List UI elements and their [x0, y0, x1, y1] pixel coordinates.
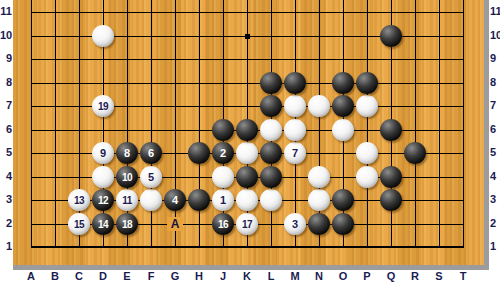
col-label-G: G — [167, 270, 183, 284]
move-number: 6 — [148, 147, 154, 159]
stone-O8 — [332, 72, 354, 94]
row-label-right-9: 9 — [490, 52, 500, 66]
stone-Q6 — [380, 119, 402, 141]
stone-G3: 4 — [164, 189, 186, 211]
stone-H5 — [188, 142, 210, 164]
stone-L3 — [260, 189, 282, 211]
move-number: 13 — [74, 195, 84, 206]
row-label-left-10: 10 — [0, 29, 12, 43]
grid-line-vertical — [31, 0, 32, 248]
col-label-R: R — [407, 270, 423, 284]
stone-F4: 5 — [140, 166, 162, 188]
row-label-right-4: 4 — [490, 170, 500, 184]
grid-line-vertical — [367, 0, 368, 248]
stone-O2 — [332, 213, 354, 235]
row-label-left-4: 4 — [0, 170, 12, 184]
stone-K3 — [236, 189, 258, 211]
stone-K5 — [236, 142, 258, 164]
move-number: 3 — [292, 218, 298, 230]
grid-line-vertical — [415, 0, 416, 248]
move-number: 7 — [292, 147, 298, 159]
col-label-O: O — [335, 270, 351, 284]
stone-J3: 1 — [212, 189, 234, 211]
col-label-D: D — [95, 270, 111, 284]
stone-E2: 18 — [116, 213, 138, 235]
move-number: 1 — [220, 194, 226, 206]
row-label-left-2: 2 — [0, 217, 12, 231]
stone-E5: 8 — [116, 142, 138, 164]
move-number: 4 — [172, 194, 178, 206]
col-label-K: K — [239, 270, 255, 284]
move-number: 2 — [220, 147, 226, 159]
stone-D5: 9 — [92, 142, 114, 164]
stone-P4 — [356, 166, 378, 188]
stone-L6 — [260, 119, 282, 141]
col-label-C: C — [71, 270, 87, 284]
grid-line-vertical — [439, 0, 440, 248]
row-label-right-2: 2 — [490, 217, 500, 231]
move-number: 15 — [74, 219, 84, 230]
stone-N2 — [308, 213, 330, 235]
stone-M5: 7 — [284, 142, 306, 164]
stone-H3 — [188, 189, 210, 211]
row-label-left-1: 1 — [0, 240, 12, 254]
row-label-left-5: 5 — [0, 146, 12, 160]
row-label-right-1: 1 — [490, 240, 500, 254]
stone-Q10 — [380, 25, 402, 47]
stone-M2: 3 — [284, 213, 306, 235]
stone-O7 — [332, 95, 354, 117]
col-label-N: N — [311, 270, 327, 284]
stone-N3 — [308, 189, 330, 211]
stone-C2: 15 — [68, 213, 90, 235]
grid-line-vertical — [55, 0, 56, 248]
stone-Q4 — [380, 166, 402, 188]
row-label-right-10: 10 — [490, 29, 500, 43]
stone-R5 — [404, 142, 426, 164]
row-label-left-9: 9 — [0, 52, 12, 66]
grid-line-horizontal — [31, 83, 464, 84]
col-label-H: H — [191, 270, 207, 284]
col-label-A: A — [23, 270, 39, 284]
stone-O3 — [332, 189, 354, 211]
star-point-K10 — [245, 34, 250, 39]
stone-D3: 12 — [92, 189, 114, 211]
stone-J6 — [212, 119, 234, 141]
grid-line-vertical — [463, 0, 464, 248]
row-label-left-6: 6 — [0, 123, 12, 137]
stone-P5 — [356, 142, 378, 164]
row-label-left-11: 11 — [0, 5, 12, 19]
stone-C3: 13 — [68, 189, 90, 211]
move-number: 17 — [242, 219, 252, 230]
stone-J4 — [212, 166, 234, 188]
row-label-right-7: 7 — [490, 99, 500, 113]
row-label-right-3: 3 — [490, 193, 500, 207]
row-label-left-7: 7 — [0, 99, 12, 113]
stone-O6 — [332, 119, 354, 141]
row-label-right-11: 11 — [490, 5, 500, 19]
col-label-B: B — [47, 270, 63, 284]
stone-D2: 14 — [92, 213, 114, 235]
stone-E4: 10 — [116, 166, 138, 188]
stone-J2: 16 — [212, 213, 234, 235]
col-label-S: S — [431, 270, 447, 284]
row-label-left-3: 3 — [0, 193, 12, 207]
move-number: 9 — [100, 147, 106, 159]
stone-K2: 17 — [236, 213, 258, 235]
move-number: 12 — [98, 195, 108, 206]
stone-D10 — [92, 25, 114, 47]
grid-line-horizontal — [31, 59, 464, 60]
stone-K4 — [236, 166, 258, 188]
move-number: 16 — [218, 219, 228, 230]
stone-L5 — [260, 142, 282, 164]
stone-M7 — [284, 95, 306, 117]
row-label-right-8: 8 — [490, 76, 500, 90]
row-label-right-6: 6 — [490, 123, 500, 137]
row-label-left-8: 8 — [0, 76, 12, 90]
move-number: 19 — [98, 101, 108, 112]
move-number: 8 — [124, 147, 130, 159]
stone-L8 — [260, 72, 282, 94]
col-label-T: T — [455, 270, 471, 284]
col-label-Q: Q — [383, 270, 399, 284]
stone-N7 — [308, 95, 330, 117]
move-number: 18 — [122, 219, 132, 230]
stone-M6 — [284, 119, 306, 141]
move-number: 10 — [122, 172, 132, 183]
stone-D7: 19 — [92, 95, 114, 117]
stone-D4 — [92, 166, 114, 188]
stone-N4 — [308, 166, 330, 188]
board-layer: 11111010998877665544332211ABCDEFGHJKLMNO… — [0, 0, 500, 284]
go-diagram: 11111010998877665544332211ABCDEFGHJKLMNO… — [0, 0, 500, 284]
move-number: 5 — [148, 171, 154, 183]
col-label-F: F — [143, 270, 159, 284]
stone-F3 — [140, 189, 162, 211]
stone-L4 — [260, 166, 282, 188]
stone-L7 — [260, 95, 282, 117]
col-label-P: P — [359, 270, 375, 284]
move-number: 11 — [122, 195, 132, 206]
marker-A: A — [167, 217, 183, 231]
stone-Q3 — [380, 189, 402, 211]
col-label-M: M — [287, 270, 303, 284]
stone-E3: 11 — [116, 189, 138, 211]
col-label-J: J — [215, 270, 231, 284]
stone-F5: 6 — [140, 142, 162, 164]
grid-line-horizontal — [31, 12, 464, 13]
col-label-L: L — [263, 270, 279, 284]
row-label-right-5: 5 — [490, 146, 500, 160]
col-label-E: E — [119, 270, 135, 284]
move-number: 14 — [98, 219, 108, 230]
stone-K6 — [236, 119, 258, 141]
stone-P7 — [356, 95, 378, 117]
grid-line-horizontal — [31, 246, 464, 248]
stone-P8 — [356, 72, 378, 94]
stone-M8 — [284, 72, 306, 94]
stone-J5: 2 — [212, 142, 234, 164]
